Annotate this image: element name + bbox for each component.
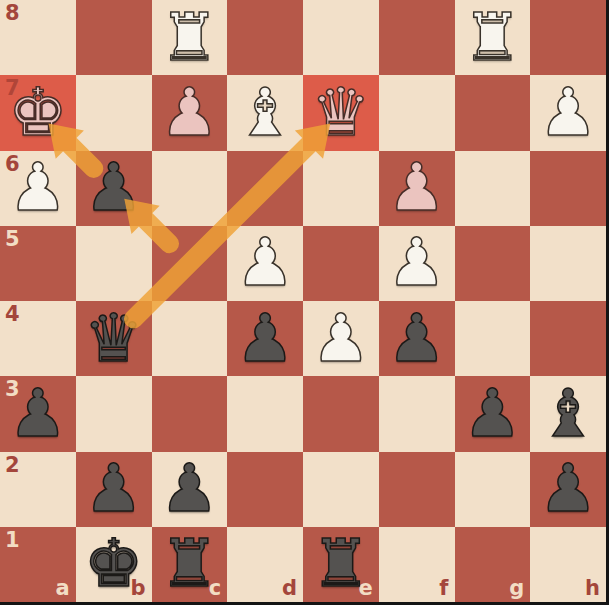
square-d7[interactable]: ♝ [227, 75, 303, 150]
rank-label-2: 2 [5, 455, 20, 476]
square-c3[interactable] [152, 376, 228, 451]
square-f2[interactable] [379, 452, 455, 527]
square-c4[interactable] [152, 301, 228, 376]
black-rook-e1[interactable]: ♜ [303, 527, 379, 602]
rank-label-5: 5 [5, 229, 20, 250]
white-pawn-f5[interactable]: ♟ [379, 226, 455, 301]
square-h7[interactable]: ♟ [530, 75, 606, 150]
file-label-h: h [585, 578, 600, 599]
file-label-a: a [56, 578, 70, 599]
square-g3[interactable]: ♟ [455, 376, 531, 451]
square-b1[interactable]: b♚ [76, 527, 152, 602]
white-rook-g8[interactable]: ♜ [455, 0, 531, 75]
square-g2[interactable] [455, 452, 531, 527]
square-d3[interactable] [227, 376, 303, 451]
black-queen-b4[interactable]: ♛ [76, 301, 152, 376]
square-g4[interactable] [455, 301, 531, 376]
square-c6[interactable] [152, 151, 228, 226]
square-a1[interactable]: 1a [0, 527, 76, 602]
square-h4[interactable] [530, 301, 606, 376]
square-h1[interactable]: h [530, 527, 606, 602]
square-f3[interactable] [379, 376, 455, 451]
white-queen-e7-threat-tinted[interactable]: ♛ [303, 75, 379, 150]
square-b2[interactable]: ♟ [76, 452, 152, 527]
square-f1[interactable]: f [379, 527, 455, 602]
square-e1[interactable]: e♜ [303, 527, 379, 602]
square-h2[interactable]: ♟ [530, 452, 606, 527]
square-f8[interactable] [379, 0, 455, 75]
square-a4[interactable]: 4 [0, 301, 76, 376]
square-g5[interactable] [455, 226, 531, 301]
black-rook-c1[interactable]: ♜ [152, 527, 228, 602]
square-b3[interactable] [76, 376, 152, 451]
file-label-f: f [439, 578, 448, 599]
rank-label-4: 4 [5, 304, 20, 325]
square-d1[interactable]: d [227, 527, 303, 602]
white-king-a7-threat-tinted[interactable]: ♚ [0, 75, 76, 150]
square-b6[interactable]: ♟ [76, 151, 152, 226]
square-h5[interactable] [530, 226, 606, 301]
square-d5[interactable]: ♟ [227, 226, 303, 301]
black-pawn-a3[interactable]: ♟ [0, 376, 76, 451]
square-h3[interactable]: ♝ [530, 376, 606, 451]
square-c1[interactable]: c♜ [152, 527, 228, 602]
square-b4[interactable]: ♛ [76, 301, 152, 376]
file-label-g: g [509, 578, 524, 599]
black-pawn-d4[interactable]: ♟ [227, 301, 303, 376]
square-e5[interactable] [303, 226, 379, 301]
square-a6[interactable]: 6♟ [0, 151, 76, 226]
square-f7[interactable] [379, 75, 455, 150]
square-g8[interactable]: ♜ [455, 0, 531, 75]
square-h8[interactable] [530, 0, 606, 75]
square-b8[interactable] [76, 0, 152, 75]
square-c5[interactable] [152, 226, 228, 301]
square-d8[interactable] [227, 0, 303, 75]
square-f5[interactable]: ♟ [379, 226, 455, 301]
white-pawn-e4[interactable]: ♟ [303, 301, 379, 376]
chess-board: 8♜♜7♚♟♝♛♟6♟♟♟5♟♟4♛♟♟♟3♟♟♝2♟♟♟1ab♚c♜de♜fg… [0, 0, 606, 602]
square-f4[interactable]: ♟ [379, 301, 455, 376]
square-d6[interactable] [227, 151, 303, 226]
square-a5[interactable]: 5 [0, 226, 76, 301]
file-label-d: d [282, 578, 297, 599]
square-c7[interactable]: ♟ [152, 75, 228, 150]
white-pawn-d5[interactable]: ♟ [227, 226, 303, 301]
square-b5[interactable] [76, 226, 152, 301]
square-a3[interactable]: 3♟ [0, 376, 76, 451]
black-king-b1[interactable]: ♚ [76, 527, 152, 602]
white-bishop-d7[interactable]: ♝ [227, 75, 303, 150]
rank-label-8: 8 [5, 3, 20, 24]
square-c2[interactable]: ♟ [152, 452, 228, 527]
white-pawn-h7[interactable]: ♟ [530, 75, 606, 150]
square-d2[interactable] [227, 452, 303, 527]
square-g6[interactable] [455, 151, 531, 226]
black-pawn-g3[interactable]: ♟ [455, 376, 531, 451]
square-e8[interactable] [303, 0, 379, 75]
square-g1[interactable]: g [455, 527, 531, 602]
white-pawn-c7-threat-tinted[interactable]: ♟ [152, 75, 228, 150]
white-pawn-a6[interactable]: ♟ [0, 151, 76, 226]
chess-app-screen: 8♜♜7♚♟♝♛♟6♟♟♟5♟♟4♛♟♟♟3♟♟♝2♟♟♟1ab♚c♜de♜fg… [0, 0, 609, 605]
square-b7[interactable] [76, 75, 152, 150]
black-bishop-h3[interactable]: ♝ [530, 376, 606, 451]
square-a8[interactable]: 8 [0, 0, 76, 75]
square-e3[interactable] [303, 376, 379, 451]
black-pawn-c2[interactable]: ♟ [152, 452, 228, 527]
black-pawn-b2[interactable]: ♟ [76, 452, 152, 527]
square-e2[interactable] [303, 452, 379, 527]
white-pawn-f6-threat-tinted[interactable]: ♟ [379, 151, 455, 226]
square-f6[interactable]: ♟ [379, 151, 455, 226]
square-a2[interactable]: 2 [0, 452, 76, 527]
square-e6[interactable] [303, 151, 379, 226]
rank-label-1: 1 [5, 530, 20, 551]
square-d4[interactable]: ♟ [227, 301, 303, 376]
black-pawn-h2[interactable]: ♟ [530, 452, 606, 527]
black-pawn-f4[interactable]: ♟ [379, 301, 455, 376]
square-e4[interactable]: ♟ [303, 301, 379, 376]
square-a7[interactable]: 7♚ [0, 75, 76, 150]
square-e7[interactable]: ♛ [303, 75, 379, 150]
square-h6[interactable] [530, 151, 606, 226]
square-c8[interactable]: ♜ [152, 0, 228, 75]
black-pawn-b6[interactable]: ♟ [76, 151, 152, 226]
square-g7[interactable] [455, 75, 531, 150]
white-rook-c8[interactable]: ♜ [152, 0, 228, 75]
